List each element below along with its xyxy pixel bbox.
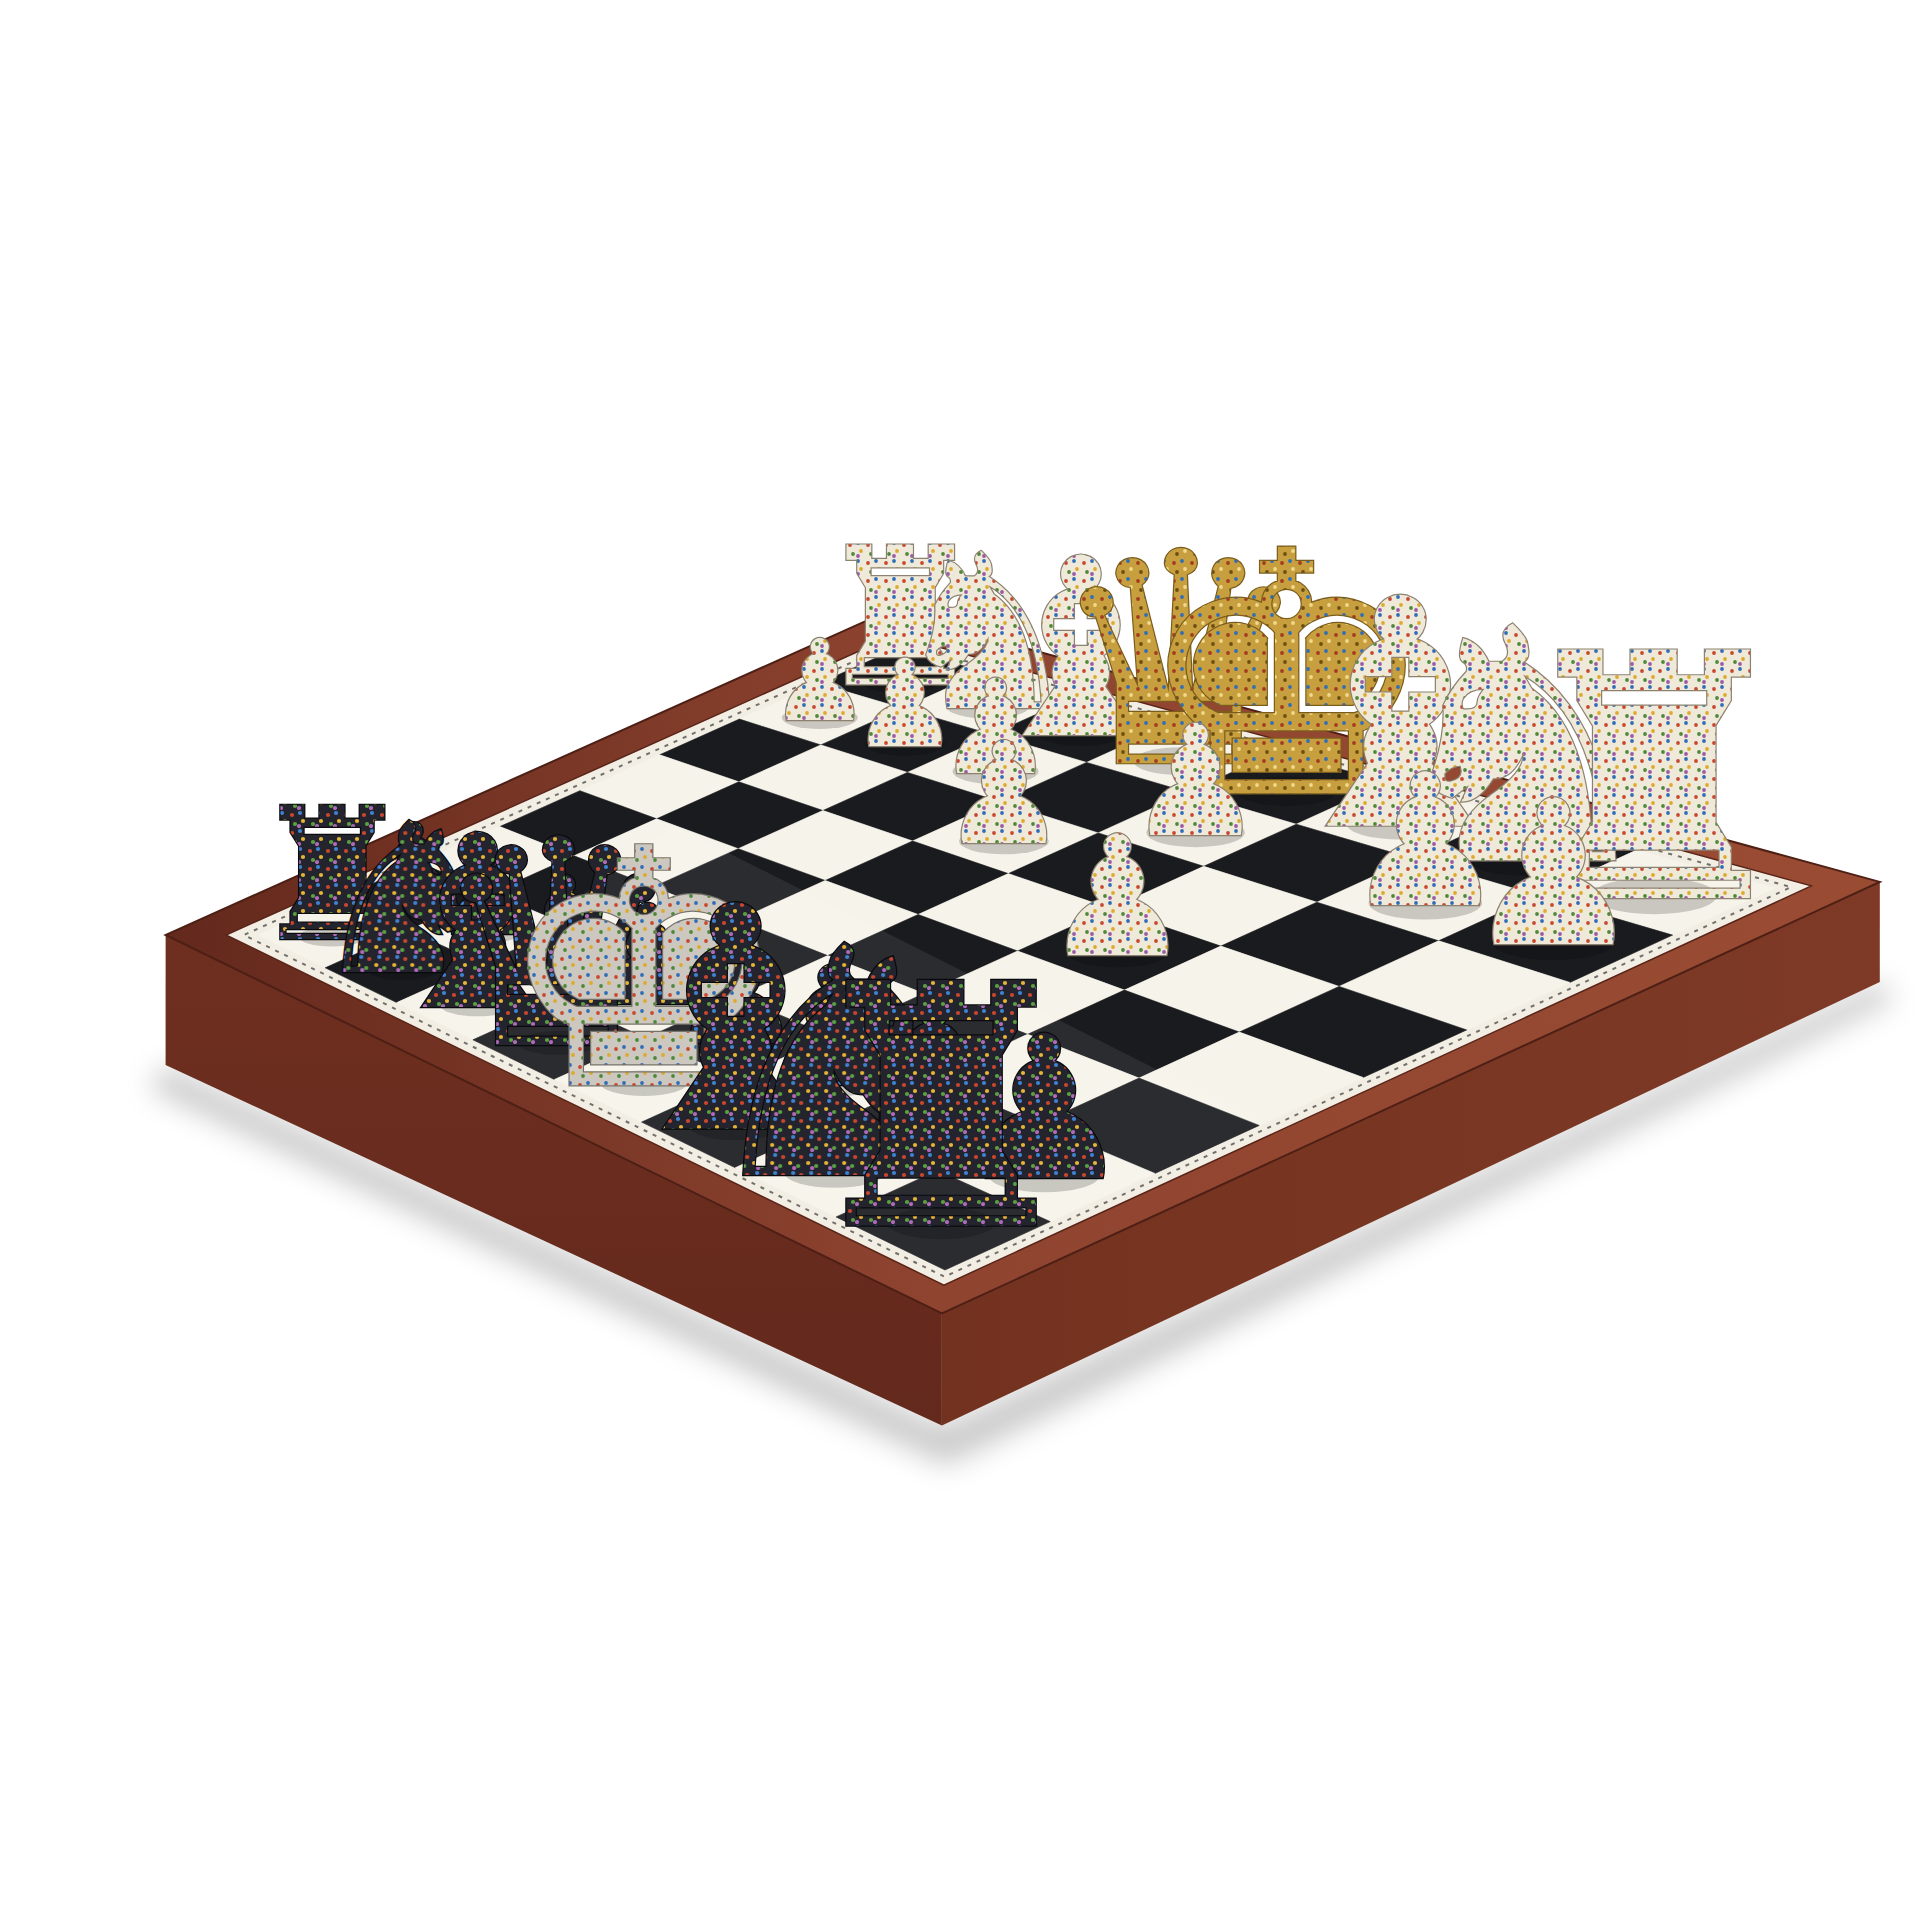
piece-black-rook-h8: ♜: [791, 913, 1092, 1304]
svg-text:♟: ♟: [1463, 758, 1643, 991]
piece-white-pawn-h2: ♟: [1463, 758, 1643, 991]
svg-text:♜: ♜: [791, 913, 1092, 1304]
gaudi-mosaic-chess-set-photo: ♜♞♟♝♟♛♟♚♝♟♟♞♜♟♟♟♜♟♟♟♞♟♝♟♛♟♚♝♟♞♟♜: [0, 0, 1920, 1920]
chess-board-scene: ♜♞♟♝♟♛♟♚♝♟♟♞♜♟♟♟♜♟♟♟♞♟♝♟♛♟♚♝♟♞♟♜: [0, 0, 1920, 1920]
